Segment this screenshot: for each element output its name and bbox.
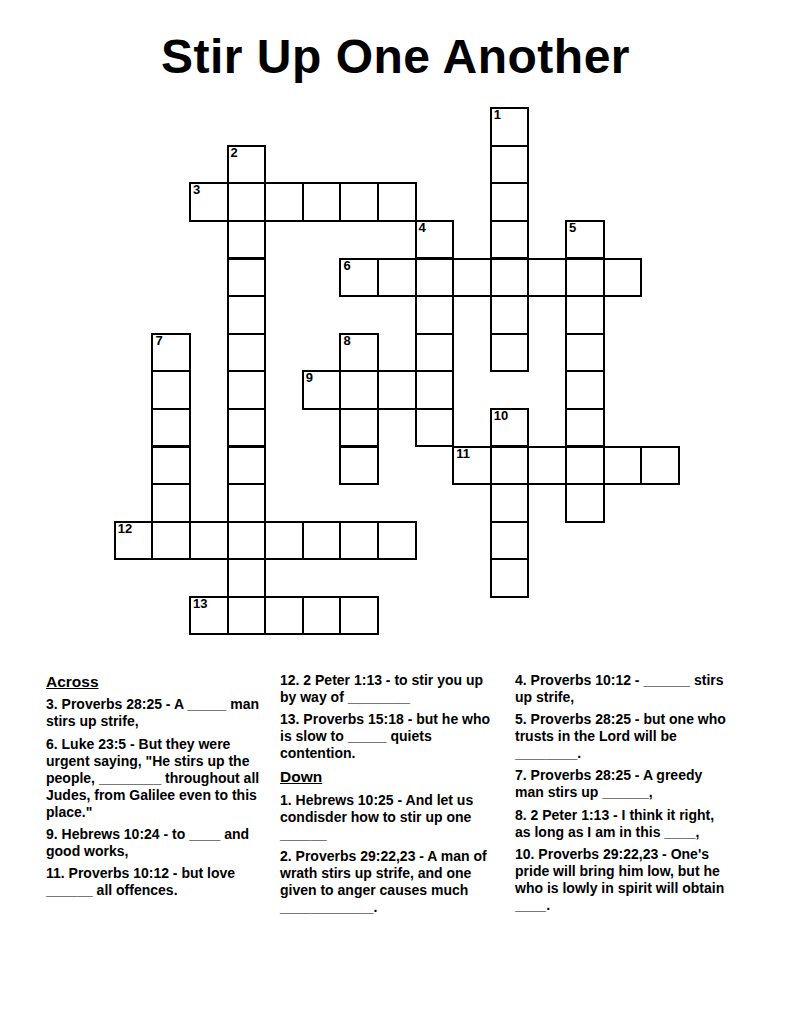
grid-cell[interactable] <box>339 596 379 636</box>
clue-item: 10. Proverbs 29:22,23 - One's pride will… <box>515 846 731 914</box>
grid-cell[interactable]: 13 <box>189 596 229 636</box>
grid-cell[interactable] <box>339 521 379 561</box>
clue-item: 1. Hebrews 10:25 - And let us condisder … <box>280 792 496 843</box>
grid-cell[interactable]: 12 <box>114 521 154 561</box>
clue-item: 4. Proverbs 10:12 - ______ stirs up stri… <box>515 672 731 706</box>
grid-cell[interactable] <box>490 446 530 486</box>
grid-cell[interactable] <box>339 408 379 448</box>
grid-cell[interactable] <box>490 145 530 185</box>
clue-item: 12. 2 Peter 1:13 - to stir you up by way… <box>280 672 496 706</box>
grid-cell[interactable] <box>227 483 267 523</box>
crossword-page: Stir Up One Another 12345678910111213 Ac… <box>0 0 791 1024</box>
grid-cell[interactable] <box>302 182 342 222</box>
grid-cell[interactable] <box>565 446 605 486</box>
grid-cell[interactable] <box>151 483 191 523</box>
grid-cell[interactable] <box>415 408 455 448</box>
grid-cell[interactable] <box>452 258 492 298</box>
grid-cell[interactable] <box>151 408 191 448</box>
grid-cell[interactable]: 10 <box>490 408 530 448</box>
grid-cell[interactable]: 9 <box>302 370 342 410</box>
grid-cell[interactable]: 6 <box>339 258 379 298</box>
grid-cell[interactable] <box>227 596 267 636</box>
grid-cell[interactable] <box>490 258 530 298</box>
grid-cell[interactable]: 4 <box>415 220 455 260</box>
grid-cell[interactable] <box>227 521 267 561</box>
grid-cell[interactable] <box>565 333 605 373</box>
clues-column-middle: 12. 2 Peter 1:13 - to stir you up by way… <box>280 672 496 921</box>
cell-number: 13 <box>193 597 207 612</box>
cell-number: 11 <box>456 447 470 462</box>
grid-cell[interactable] <box>377 258 417 298</box>
grid-cell[interactable] <box>151 446 191 486</box>
clue-item: 6. Luke 23:5 - But they were urgent sayi… <box>46 736 262 821</box>
grid-cell[interactable]: 8 <box>339 333 379 373</box>
cell-number: 8 <box>343 334 350 349</box>
cell-number: 9 <box>306 371 313 386</box>
grid-cell[interactable] <box>415 333 455 373</box>
grid-cell[interactable] <box>227 295 267 335</box>
clue-item: 9. Hebrews 10:24 - to ____ and good work… <box>46 826 262 860</box>
grid-cell[interactable] <box>565 408 605 448</box>
clues-column-down: 4. Proverbs 10:12 - ______ stirs up stri… <box>515 672 731 919</box>
grid-cell[interactable] <box>264 521 304 561</box>
grid-cell[interactable] <box>227 558 267 598</box>
grid-cell[interactable] <box>640 446 680 486</box>
grid-cell[interactable] <box>565 370 605 410</box>
cell-number: 2 <box>231 146 238 161</box>
grid-cell[interactable] <box>377 370 417 410</box>
grid-cell[interactable] <box>565 483 605 523</box>
grid-cell[interactable] <box>603 446 643 486</box>
grid-cell[interactable] <box>415 370 455 410</box>
grid-cell[interactable] <box>490 295 530 335</box>
clues-column-across: Across3. Proverbs 28:25 - A _____ man st… <box>46 672 262 904</box>
cell-number: 6 <box>343 259 350 274</box>
clue-item: 13. Proverbs 15:18 - but he who is slow … <box>280 711 496 762</box>
grid-cell[interactable] <box>339 446 379 486</box>
grid-cell[interactable] <box>490 220 530 260</box>
grid-cell[interactable] <box>227 446 267 486</box>
grid-cell[interactable] <box>490 558 530 598</box>
clue-item: 3. Proverbs 28:25 - A _____ man stirs up… <box>46 696 262 730</box>
grid-cell[interactable] <box>227 370 267 410</box>
grid-cell[interactable] <box>565 258 605 298</box>
cell-number: 10 <box>494 409 508 424</box>
grid-cell[interactable] <box>490 333 530 373</box>
grid-cell[interactable] <box>227 220 267 260</box>
grid-cell[interactable]: 3 <box>189 182 229 222</box>
grid-cell[interactable] <box>339 370 379 410</box>
grid-cell[interactable]: 11 <box>452 446 492 486</box>
grid-cell[interactable] <box>377 182 417 222</box>
grid-cell[interactable] <box>302 596 342 636</box>
grid-cell[interactable] <box>189 521 229 561</box>
grid-cell[interactable] <box>527 258 567 298</box>
grid-cell[interactable] <box>264 596 304 636</box>
cell-number: 7 <box>155 334 162 349</box>
grid-cell[interactable] <box>302 521 342 561</box>
clue-list-heading: Down <box>280 767 496 786</box>
cell-number: 4 <box>419 221 426 236</box>
grid-cell[interactable] <box>151 370 191 410</box>
grid-cell[interactable] <box>565 295 605 335</box>
grid-cell[interactable] <box>227 408 267 448</box>
grid-cell[interactable] <box>151 521 191 561</box>
cell-number: 12 <box>118 522 132 537</box>
clue-item: 2. Proverbs 29:22,23 - A man of wrath st… <box>280 848 496 916</box>
cell-number: 1 <box>494 108 501 123</box>
grid-cell[interactable] <box>377 521 417 561</box>
grid-cell[interactable] <box>339 182 379 222</box>
cell-number: 5 <box>569 221 576 236</box>
grid-cell[interactable] <box>490 182 530 222</box>
grid-cell[interactable]: 5 <box>565 220 605 260</box>
grid-cell[interactable] <box>415 258 455 298</box>
clue-item: 11. Proverbs 10:12 - but love ______ all… <box>46 865 262 899</box>
grid-cell[interactable]: 7 <box>151 333 191 373</box>
grid-cell[interactable]: 2 <box>227 145 267 185</box>
clue-item: 8. 2 Peter 1:13 - I think it right, as l… <box>515 807 731 841</box>
grid-cell[interactable]: 1 <box>490 107 530 147</box>
grid-cell[interactable] <box>527 446 567 486</box>
grid-cell[interactable] <box>490 483 530 523</box>
clue-item: 5. Proverbs 28:25 - but one who trusts i… <box>515 711 731 762</box>
grid-cell[interactable] <box>490 521 530 561</box>
clue-item: 7. Proverbs 28:25 - A greedy man stirs u… <box>515 767 731 801</box>
cell-number: 3 <box>193 183 200 198</box>
grid-cell[interactable] <box>264 182 304 222</box>
grid-cell[interactable] <box>415 295 455 335</box>
grid-cell[interactable] <box>603 258 643 298</box>
grid-cell[interactable] <box>227 333 267 373</box>
puzzle-title: Stir Up One Another <box>0 33 791 81</box>
grid-cell[interactable] <box>227 258 267 298</box>
grid-cell[interactable] <box>227 182 267 222</box>
clue-list-heading: Across <box>46 672 262 691</box>
